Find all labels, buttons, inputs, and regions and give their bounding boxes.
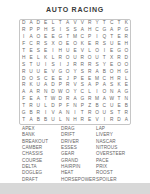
grid-cell[interactable]: P — [57, 82, 64, 89]
grid-cell[interactable]: T — [115, 110, 122, 117]
grid-cell[interactable]: N — [108, 89, 115, 96]
grid-cell[interactable]: E — [115, 34, 122, 41]
grid-cell[interactable]: H — [115, 69, 122, 76]
grid-cell[interactable]: M — [71, 34, 78, 41]
word-list-column-3: LAPLIVERYNASCARNITROUSOVERSTEERPACEPRIXR… — [96, 126, 125, 183]
grid-cell[interactable]: S — [20, 62, 27, 69]
grid-cell[interactable]: B — [101, 69, 108, 76]
grid-cell[interactable]: I — [101, 117, 108, 124]
puzzle-page: AUTO RACING DADELTAVVRYTCTKRPPHSISSAHCGA… — [0, 0, 150, 194]
grid-cell[interactable]: E — [115, 103, 122, 110]
grid-cell[interactable]: Y — [71, 89, 78, 96]
grid-cell[interactable]: C — [108, 20, 115, 27]
grid-cell[interactable]: R — [57, 55, 64, 62]
grid-cell[interactable]: T — [57, 20, 64, 27]
grid-cell[interactable]: T — [115, 96, 122, 103]
grid-cell[interactable]: O — [64, 55, 71, 62]
grid-cell[interactable]: C — [42, 75, 49, 82]
grid-cell[interactable]: V — [93, 117, 100, 124]
grid-cell[interactable]: S — [49, 27, 56, 34]
grid-cell[interactable]: T — [20, 103, 27, 110]
grid-cell[interactable]: H — [42, 27, 49, 34]
grid-cell[interactable]: R — [71, 62, 78, 69]
grid-cell[interactable]: O — [57, 41, 64, 48]
grid-cell[interactable]: E — [86, 75, 93, 82]
grid-cell[interactable]: L — [86, 48, 93, 55]
grid-cell[interactable]: H — [86, 27, 93, 34]
grid-cell[interactable]: R — [20, 27, 27, 34]
grid-cell[interactable]: J — [64, 62, 71, 69]
grid-cell[interactable]: S — [42, 41, 49, 48]
grid-cell[interactable]: U — [35, 62, 42, 69]
puzzle-title: AUTO RACING — [0, 6, 150, 13]
grid-cell[interactable]: L — [123, 75, 130, 82]
grid-cell[interactable]: A — [42, 82, 49, 89]
grid-cell[interactable]: R — [20, 82, 27, 89]
grid-cell[interactable]: A — [101, 96, 108, 103]
grid-cell[interactable]: A — [115, 89, 122, 96]
grid-cell[interactable]: V — [49, 69, 56, 76]
grid-cell[interactable]: L — [35, 55, 42, 62]
grid-cell[interactable]: K — [115, 82, 122, 89]
grid-cell[interactable]: D — [49, 89, 56, 96]
grid-cell[interactable]: U — [64, 48, 71, 55]
grid-cell[interactable]: E — [42, 34, 49, 41]
grid-cell[interactable]: A — [64, 20, 71, 27]
grid-cell[interactable]: T — [27, 62, 34, 69]
grid-cell[interactable]: A — [86, 82, 93, 89]
grid-cell[interactable]: S — [101, 41, 108, 48]
grid-cell[interactable]: N — [123, 96, 130, 103]
grid-cell[interactable]: P — [79, 103, 86, 110]
grid-cell[interactable]: P — [35, 27, 42, 34]
word-list: APEXBANKBREAKOUTCAMBERCHASSISCOURSEDELTA… — [0, 126, 150, 182]
grid-cell[interactable]: E — [86, 117, 93, 124]
grid-cell[interactable]: R — [20, 69, 27, 76]
grid-cell[interactable]: I — [93, 89, 100, 96]
grid-cell[interactable]: R — [64, 82, 71, 89]
grid-cell[interactable]: O — [108, 69, 115, 76]
grid-cell[interactable]: R — [27, 103, 34, 110]
grid-cell[interactable]: D — [20, 20, 27, 27]
grid-cell[interactable]: E — [108, 48, 115, 55]
grid-cell[interactable]: E — [27, 48, 34, 55]
grid-cell[interactable]: N — [64, 117, 71, 124]
grid-cell[interactable]: B — [35, 117, 42, 124]
grid-cell[interactable]: E — [64, 41, 71, 48]
grid-cell[interactable]: A — [101, 82, 108, 89]
grid-cell[interactable]: I — [71, 110, 78, 117]
grid-cell[interactable]: T — [20, 117, 27, 124]
grid-cell[interactable]: L — [86, 89, 93, 96]
word-list-column-1: APEXBANKBREAKOUTCAMBERCHASSISCOURSEDELTA… — [22, 126, 48, 183]
grid-cell[interactable]: A — [71, 96, 78, 103]
grid-cell[interactable]: X — [49, 41, 56, 48]
grid-cell[interactable]: W — [49, 96, 56, 103]
grid-cell[interactable]: E — [57, 75, 64, 82]
grid-cell[interactable]: R — [86, 62, 93, 69]
grid-cell[interactable]: U — [35, 103, 42, 110]
grid-cell[interactable]: T — [79, 110, 86, 117]
grid-cell[interactable]: A — [79, 27, 86, 34]
grid-cell[interactable]: S — [35, 48, 42, 55]
grid-cell[interactable]: V — [49, 110, 56, 117]
grid-cell[interactable]: T — [115, 20, 122, 27]
grid-cell[interactable]: D — [123, 55, 130, 62]
grid-cell[interactable]: E — [108, 62, 115, 69]
grid-cell[interactable]: E — [42, 20, 49, 27]
grid-cell[interactable]: B — [123, 103, 130, 110]
grid-cell[interactable]: A — [93, 69, 100, 76]
grid-cell[interactable]: S — [79, 82, 86, 89]
grid-cell[interactable]: B — [42, 117, 49, 124]
grid-cell[interactable]: U — [71, 55, 78, 62]
grid-cell[interactable]: B — [93, 103, 100, 110]
grid-cell[interactable]: F — [64, 103, 71, 110]
grid-cell[interactable]: A — [123, 117, 130, 124]
grid-cell[interactable]: A — [27, 34, 34, 41]
grid-cell[interactable]: S — [71, 27, 78, 34]
grid-cell[interactable]: M — [93, 96, 100, 103]
word-search-grid: DADELTAVVRYTCTKRPPHSISSAHCGAPGIAOEEGTMCP… — [19, 19, 131, 125]
grid-cell[interactable]: N — [64, 110, 71, 117]
grid-cell[interactable]: O — [64, 89, 71, 96]
grid-cell[interactable]: O — [35, 34, 42, 41]
grid-cell[interactable]: D — [49, 103, 56, 110]
grid-cell[interactable]: P — [86, 34, 93, 41]
grid-cell[interactable]: U — [49, 117, 56, 124]
grid-cell[interactable]: J — [64, 75, 71, 82]
grid-cell[interactable]: G — [79, 96, 86, 103]
grid-cell[interactable]: H — [57, 48, 64, 55]
grid-cell[interactable]: B — [27, 110, 34, 117]
grid-cell[interactable]: L — [42, 103, 49, 110]
grid-cell[interactable]: E — [71, 48, 78, 55]
grid-cell[interactable]: O — [93, 110, 100, 117]
grid-cell[interactable]: C — [79, 34, 86, 41]
grid-cell[interactable]: G — [57, 69, 64, 76]
grid-cell[interactable]: T — [101, 20, 108, 27]
grid-cell[interactable]: V — [71, 20, 78, 27]
grid-cell[interactable]: S — [35, 75, 42, 82]
grid-cell[interactable]: O — [27, 75, 34, 82]
grid-cell[interactable]: T — [64, 34, 71, 41]
grid-cell[interactable]: S — [108, 110, 115, 117]
grid-cell[interactable]: L — [49, 20, 56, 27]
grid-cell[interactable]: F — [20, 41, 27, 48]
grid-cell[interactable]: R — [123, 34, 130, 41]
grid-cell[interactable]: R — [35, 110, 42, 117]
grid-cell[interactable]: Z — [86, 103, 93, 110]
grid-cell[interactable]: I — [93, 34, 100, 41]
grid-cell[interactable]: E — [123, 82, 130, 89]
grid-cell[interactable]: C — [79, 89, 86, 96]
grid-cell[interactable]: O — [93, 48, 100, 55]
grid-cell[interactable]: E — [115, 41, 122, 48]
footer-band — [0, 183, 150, 194]
grid-cell[interactable]: D — [20, 75, 27, 82]
grid-cell[interactable]: R — [79, 62, 86, 69]
grid-cell[interactable]: D — [115, 117, 122, 124]
grid-cell[interactable]: R — [86, 20, 93, 27]
grid-cell[interactable]: E — [27, 96, 34, 103]
grid-cell[interactable]: R — [86, 69, 93, 76]
grid-cell[interactable]: R — [115, 75, 122, 82]
grid-cell[interactable]: R — [79, 117, 86, 124]
grid-cell[interactable]: R — [86, 110, 93, 117]
grid-cell[interactable]: K — [123, 20, 130, 27]
grid-cell[interactable]: M — [93, 75, 100, 82]
grid-cell[interactable]: U — [108, 103, 115, 110]
grid-cell[interactable]: H — [20, 55, 27, 62]
grid-cell[interactable]: I — [57, 27, 64, 34]
grid-cell[interactable]: P — [93, 82, 100, 89]
grid-cell[interactable]: S — [79, 69, 86, 76]
grid-cell[interactable]: T — [101, 55, 108, 62]
grid-cell[interactable]: T — [42, 96, 49, 103]
grid-cell[interactable]: I — [101, 48, 108, 55]
grid-cell[interactable]: E — [42, 48, 49, 55]
grid-cell[interactable]: C — [93, 27, 100, 34]
grid-cell[interactable]: U — [93, 55, 100, 62]
grid-cell[interactable]: S — [49, 62, 56, 69]
grid-cell[interactable]: A — [20, 89, 27, 96]
grid-cell[interactable]: O — [71, 41, 78, 48]
grid-cell[interactable]: E — [86, 41, 93, 48]
grid-cell[interactable]: V — [71, 82, 78, 89]
grid-cell[interactable]: E — [49, 75, 56, 82]
grid-cell[interactable]: U — [35, 69, 42, 76]
grid-cell[interactable]: N — [42, 89, 49, 96]
grid-cell[interactable]: R — [93, 41, 100, 48]
grid-cell[interactable]: A — [27, 20, 34, 27]
grid-cell[interactable]: A — [27, 89, 34, 96]
grid-cell[interactable]: O — [101, 89, 108, 96]
grid-cell[interactable]: Y — [93, 20, 100, 27]
grid-cell[interactable]: L — [49, 55, 56, 62]
grid-cell[interactable]: I — [49, 48, 56, 55]
grid-cell[interactable]: I — [57, 62, 64, 69]
grid-cell[interactable]: U — [35, 82, 42, 89]
grid-cell[interactable]: P — [57, 103, 64, 110]
grid-cell[interactable]: I — [42, 62, 49, 69]
grid-cell[interactable]: L — [57, 117, 64, 124]
grid-cell[interactable]: E — [49, 34, 56, 41]
grid-cell[interactable]: R — [35, 41, 42, 48]
grid-cell[interactable]: V — [79, 20, 86, 27]
grid-cell[interactable]: R — [123, 110, 130, 117]
grid-cell[interactable]: O — [64, 69, 71, 76]
grid-cell[interactable]: R — [108, 117, 115, 124]
grid-cell[interactable]: R — [64, 96, 71, 103]
grid-cell[interactable]: K — [27, 82, 34, 89]
grid-cell[interactable]: K — [79, 41, 86, 48]
grid-cell[interactable]: A — [27, 117, 34, 124]
grid-cell[interactable]: I — [42, 110, 49, 117]
grid-cell[interactable]: O — [123, 48, 130, 55]
grid-cell[interactable]: U — [27, 69, 34, 76]
grid-cell[interactable]: G — [115, 48, 122, 55]
grid-cell[interactable]: S — [93, 62, 100, 69]
grid-cell[interactable]: O — [123, 62, 130, 69]
grid-cell[interactable]: G — [123, 27, 130, 34]
grid-cell[interactable]: R — [86, 96, 93, 103]
grid-cell[interactable]: G — [123, 89, 130, 96]
grid-cell[interactable]: G — [101, 27, 108, 34]
grid-cell[interactable]: E — [27, 55, 34, 62]
grid-cell[interactable]: Y — [101, 62, 108, 69]
grid-cell[interactable]: X — [108, 55, 115, 62]
grid-cell[interactable]: O — [115, 62, 122, 69]
grid-cell[interactable]: C — [101, 103, 108, 110]
grid-cell[interactable]: C — [101, 75, 108, 82]
grid-cell[interactable]: G — [20, 110, 27, 117]
grid-cell[interactable]: R — [79, 55, 86, 62]
grid-cell[interactable]: U — [101, 110, 108, 117]
grid-cell[interactable]: P — [27, 27, 34, 34]
grid-cell[interactable]: F — [20, 96, 27, 103]
grid-cell[interactable]: E — [79, 75, 86, 82]
grid-cell[interactable]: I — [20, 34, 27, 41]
grid-cell[interactable]: T — [108, 34, 115, 41]
grid-cell[interactable]: A — [35, 96, 42, 103]
grid-cell[interactable]: G — [57, 34, 64, 41]
grid-cell[interactable]: A — [108, 27, 115, 34]
grid-cell[interactable]: W — [108, 96, 115, 103]
grid-cell[interactable]: A — [57, 110, 64, 117]
grid-cell[interactable]: Q — [101, 34, 108, 41]
grid-cell[interactable]: H — [108, 75, 115, 82]
word-list-column-2: DRAGDRIFTDRIVERESSESGEARGRANDHAIRPINHEAT… — [61, 126, 96, 183]
grid-cell[interactable]: C — [27, 41, 34, 48]
grid-cell[interactable]: T — [20, 48, 27, 55]
grid-cell[interactable]: U — [108, 41, 115, 48]
grid-cell[interactable]: D — [49, 82, 56, 89]
grid-cell[interactable]: P — [71, 75, 78, 82]
grid-cell[interactable]: N — [71, 103, 78, 110]
grid-cell[interactable]: R — [35, 89, 42, 96]
grid-cell[interactable]: D — [35, 20, 42, 27]
grid-cell[interactable]: K — [42, 55, 49, 62]
grid-cell[interactable]: G — [123, 69, 130, 76]
grid-cell[interactable]: D — [57, 96, 64, 103]
grid-cell[interactable]: R — [115, 55, 122, 62]
grid-cell[interactable]: P — [115, 27, 122, 34]
grid-cell[interactable]: W — [57, 89, 64, 96]
grid-cell[interactable]: S — [64, 27, 71, 34]
grid-cell[interactable]: E — [42, 69, 49, 76]
grid-cell[interactable]: Y — [71, 69, 78, 76]
grid-cell[interactable]: H — [123, 41, 130, 48]
grid-cell[interactable]: V — [79, 48, 86, 55]
grid-cell[interactable]: O — [86, 55, 93, 62]
grid-cell[interactable]: S — [108, 82, 115, 89]
grid-cell[interactable]: H — [71, 117, 78, 124]
